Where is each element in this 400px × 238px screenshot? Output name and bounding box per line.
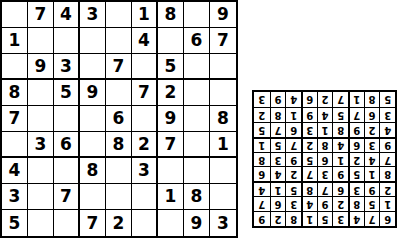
cell-r4c3[interactable]: 5 [54,80,80,106]
cell-r2c1[interactable]: 1 [2,28,28,54]
cell-r9c4[interactable]: 7 [80,210,106,236]
cell-r3c4: 6 [332,181,348,196]
cell-r3c2[interactable]: 9 [28,54,54,80]
cell-r1c2[interactable]: 7 [28,2,54,28]
cell-r9c8[interactable]: 9 [184,210,210,236]
cell-r9c6[interactable] [132,210,158,236]
cell-r5c7: 9 [285,152,301,167]
cell-r7c6[interactable]: 3 [132,158,158,184]
cell-r6c6: 2 [301,137,317,152]
cell-r3c1: 2 [379,181,395,196]
cell-r4c2: 1 [364,166,380,181]
cell-r2c4: 2 [332,196,348,211]
cell-r4c3: 5 [348,166,364,181]
puzzle-grid: 7431891467937585972769836827148337185729… [0,0,238,238]
cell-r8c3: 7 [348,107,364,122]
cell-r4c1: 8 [379,166,395,181]
cell-r8c6: 9 [301,107,317,122]
cell-r4c7: 2 [285,166,301,181]
cell-r5c3[interactable] [54,106,80,132]
cell-r9c2: 8 [364,92,380,107]
cell-r1c4[interactable]: 3 [80,2,106,28]
cell-r7c9[interactable] [210,158,236,184]
cell-r4c8: 4 [270,166,286,181]
cell-r3c5[interactable]: 7 [106,54,132,80]
cell-r8c5: 4 [317,107,333,122]
cell-r7c9: 5 [254,122,270,137]
cell-r1c6[interactable]: 1 [132,2,158,28]
cell-r4c6: 7 [301,166,317,181]
cell-r9c8: 9 [270,92,286,107]
cell-r9c5[interactable]: 2 [106,210,132,236]
cell-r1c5: 5 [317,211,333,226]
cell-r4c2[interactable] [28,80,54,106]
cell-r2c3: 8 [348,196,364,211]
cell-r6c3: 6 [348,137,364,152]
cell-r6c2: 3 [364,137,380,152]
cell-r8c5[interactable] [106,184,132,210]
cell-r5c3: 2 [348,152,364,167]
cell-r7c2: 2 [364,122,380,137]
cell-r6c1[interactable] [2,132,28,158]
cell-r8c6[interactable] [132,184,158,210]
cell-r9c3: 1 [348,92,364,107]
cell-r6c7[interactable]: 7 [158,132,184,158]
cell-r8c2: 6 [364,107,380,122]
cell-r7c3: 9 [348,122,364,137]
cell-r6c2[interactable]: 3 [28,132,54,158]
cell-r8c2[interactable] [28,184,54,210]
cell-r6c9[interactable]: 1 [210,132,236,158]
cell-r8c9: 2 [254,107,270,122]
cell-r9c5: 2 [317,92,333,107]
cell-r3c9: 4 [254,181,270,196]
cell-r1c3: 4 [348,211,364,226]
cell-r4c8[interactable] [184,80,210,106]
cell-r8c1: 3 [379,107,395,122]
cell-r5c4: 1 [332,152,348,167]
cell-r8c8[interactable]: 8 [184,184,210,210]
cell-r3c8[interactable] [184,54,210,80]
cell-r5c7[interactable]: 9 [158,106,184,132]
cell-r3c4[interactable] [80,54,106,80]
cell-r4c7[interactable]: 2 [158,80,184,106]
cell-r9c7: 4 [285,92,301,107]
cell-r5c8[interactable] [184,106,210,132]
cell-r7c1: 4 [379,122,395,137]
cell-r9c2[interactable] [28,210,54,236]
solution-grid-rotated: 6743518291582943672936785148159372467421… [252,90,397,228]
cell-r2c9[interactable]: 7 [210,28,236,54]
cell-r6c5[interactable]: 8 [106,132,132,158]
cell-r5c1: 7 [379,152,395,167]
cell-r7c3[interactable] [54,158,80,184]
cell-r8c4: 5 [332,107,348,122]
cell-r7c2[interactable] [28,158,54,184]
cell-r9c4: 7 [332,92,348,107]
cell-r4c1[interactable]: 8 [2,80,28,106]
cell-r6c7: 7 [285,137,301,152]
cell-r7c5[interactable] [106,158,132,184]
cell-r5c9: 8 [254,152,270,167]
cell-r1c5[interactable] [106,2,132,28]
cell-r2c9: 7 [254,196,270,211]
cell-r4c5[interactable] [106,80,132,106]
cell-r4c9[interactable] [210,80,236,106]
cell-r8c7[interactable]: 1 [158,184,184,210]
cell-r1c9: 9 [254,211,270,226]
cell-r3c8: 1 [270,181,286,196]
cell-r1c9[interactable]: 9 [210,2,236,28]
cell-r6c8: 5 [270,137,286,152]
cell-r3c3[interactable]: 3 [54,54,80,80]
cell-r2c7[interactable] [158,28,184,54]
cell-r3c9[interactable] [210,54,236,80]
cell-r6c9: 1 [254,137,270,152]
cell-r5c6: 5 [301,152,317,167]
cell-r2c1: 1 [379,196,395,211]
cell-r3c6: 8 [301,181,317,196]
cell-r2c8[interactable]: 6 [184,28,210,54]
cell-r1c3[interactable]: 4 [54,2,80,28]
cell-r5c2: 4 [364,152,380,167]
cell-r1c8: 2 [270,211,286,226]
cell-r4c4[interactable]: 9 [80,80,106,106]
cell-r6c3[interactable]: 6 [54,132,80,158]
cell-r2c8: 6 [270,196,286,211]
cell-r5c9[interactable]: 8 [210,106,236,132]
cell-r9c9[interactable]: 3 [210,210,236,236]
cell-r2c6: 4 [301,196,317,211]
cell-r1c7[interactable]: 8 [158,2,184,28]
cell-r2c5: 9 [317,196,333,211]
cell-r2c4[interactable] [80,28,106,54]
cell-r3c1[interactable] [2,54,28,80]
cell-r2c6[interactable]: 4 [132,28,158,54]
cell-r1c7: 8 [285,211,301,226]
cell-r9c9: 3 [254,92,270,107]
cell-r8c7: 1 [285,107,301,122]
cell-r1c6: 1 [301,211,317,226]
cell-r7c4: 8 [332,122,348,137]
cell-r9c7[interactable] [158,210,184,236]
cell-r7c4[interactable]: 8 [80,158,106,184]
cell-r7c7: 6 [285,122,301,137]
cell-r7c5: 1 [317,122,333,137]
cell-r3c3: 3 [348,181,364,196]
cell-r9c6: 6 [301,92,317,107]
cell-r5c5: 6 [317,152,333,167]
cell-r6c1: 9 [379,137,395,152]
cell-r3c5: 7 [317,181,333,196]
cell-r1c1: 6 [379,211,395,226]
cell-r2c5[interactable] [106,28,132,54]
cell-r8c8: 8 [270,107,286,122]
cell-r4c5: 3 [317,166,333,181]
cell-r1c2: 7 [364,211,380,226]
cell-r6c4: 4 [332,137,348,152]
cell-r8c1[interactable]: 3 [2,184,28,210]
cell-r6c4[interactable] [80,132,106,158]
cell-r6c8[interactable] [184,132,210,158]
cell-r8c9[interactable] [210,184,236,210]
cell-r3c2: 9 [364,181,380,196]
cell-r1c1[interactable] [2,2,28,28]
cell-r2c3[interactable] [54,28,80,54]
cell-r8c3[interactable]: 7 [54,184,80,210]
cell-r1c8[interactable] [184,2,210,28]
cell-r9c3[interactable] [54,210,80,236]
cell-r4c6[interactable]: 7 [132,80,158,106]
cell-r5c1[interactable]: 7 [2,106,28,132]
cell-r2c2[interactable] [28,28,54,54]
cell-r3c7[interactable]: 5 [158,54,184,80]
cell-r3c6[interactable] [132,54,158,80]
cell-r5c2[interactable] [28,106,54,132]
cell-r6c5: 8 [317,137,333,152]
cell-r3c7: 5 [285,181,301,196]
cell-r9c1: 5 [379,92,395,107]
cell-r2c2: 5 [364,196,380,211]
cell-r8c4[interactable] [80,184,106,210]
cell-r7c8: 7 [270,122,286,137]
cell-r4c9: 6 [254,166,270,181]
cell-r2c7: 3 [285,196,301,211]
cell-r5c6[interactable] [132,106,158,132]
cell-r7c6: 3 [301,122,317,137]
cell-r7c7[interactable] [158,158,184,184]
cell-r5c8: 3 [270,152,286,167]
cell-r7c1[interactable]: 4 [2,158,28,184]
cell-r4c4: 9 [332,166,348,181]
cell-r1c4: 3 [332,211,348,226]
cell-r9c1[interactable]: 5 [2,210,28,236]
cell-r6c6[interactable]: 2 [132,132,158,158]
cell-r7c8[interactable] [184,158,210,184]
cell-r5c5[interactable]: 6 [106,106,132,132]
cell-r5c4[interactable] [80,106,106,132]
